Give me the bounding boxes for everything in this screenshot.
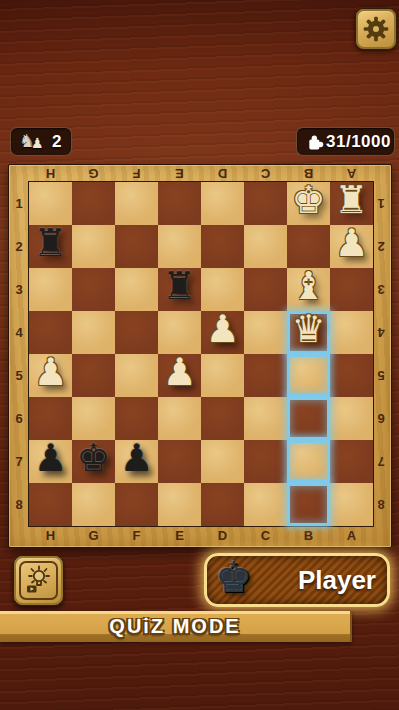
square-a1[interactable]: ♜ bbox=[330, 182, 373, 225]
square-a2[interactable]: ♟ bbox=[330, 225, 373, 268]
square-f4[interactable] bbox=[115, 311, 158, 354]
chess-quiz-screen: ♞ ♟ 2 31/1000 HGFEDCBA HGFEDCBA 12345678… bbox=[0, 0, 399, 710]
square-c1[interactable] bbox=[244, 182, 287, 225]
puzzle-piece-icon bbox=[306, 132, 326, 152]
black-rook-piece[interactable]: ♜ bbox=[33, 224, 67, 262]
square-h1[interactable] bbox=[29, 182, 72, 225]
square-d1[interactable] bbox=[201, 182, 244, 225]
square-h5[interactable]: ♟ bbox=[29, 354, 72, 397]
square-a6[interactable] bbox=[330, 397, 373, 440]
square-e4[interactable] bbox=[158, 311, 201, 354]
square-g6[interactable] bbox=[72, 397, 115, 440]
square-a8[interactable] bbox=[330, 483, 373, 526]
square-d2[interactable] bbox=[201, 225, 244, 268]
square-g4[interactable] bbox=[72, 311, 115, 354]
square-f2[interactable] bbox=[115, 225, 158, 268]
square-d5[interactable] bbox=[201, 354, 244, 397]
square-g5[interactable] bbox=[72, 354, 115, 397]
square-a5[interactable] bbox=[330, 354, 373, 397]
square-g2[interactable] bbox=[72, 225, 115, 268]
square-c8[interactable] bbox=[244, 483, 287, 526]
square-g8[interactable] bbox=[72, 483, 115, 526]
square-b7[interactable] bbox=[287, 440, 330, 483]
square-b2[interactable] bbox=[287, 225, 330, 268]
level-badge: ♞ ♟ 2 bbox=[10, 127, 72, 156]
white-pawn-piece[interactable]: ♟ bbox=[162, 353, 196, 391]
square-f1[interactable] bbox=[115, 182, 158, 225]
white-rook-piece[interactable]: ♜ bbox=[334, 181, 368, 219]
square-d8[interactable] bbox=[201, 483, 244, 526]
square-e3[interactable]: ♜ bbox=[158, 268, 201, 311]
square-e5[interactable]: ♟ bbox=[158, 354, 201, 397]
square-a4[interactable] bbox=[330, 311, 373, 354]
player-turn-panel: ♚ Player bbox=[204, 553, 390, 607]
square-h8[interactable] bbox=[29, 483, 72, 526]
square-c2[interactable] bbox=[244, 225, 287, 268]
square-e2[interactable] bbox=[158, 225, 201, 268]
square-d7[interactable] bbox=[201, 440, 244, 483]
white-queen-piece[interactable]: ♛ bbox=[291, 310, 325, 348]
square-c3[interactable] bbox=[244, 268, 287, 311]
square-h7[interactable]: ♟ bbox=[29, 440, 72, 483]
black-pawn-piece[interactable]: ♟ bbox=[33, 439, 67, 477]
square-b6[interactable] bbox=[287, 397, 330, 440]
square-d6[interactable] bbox=[201, 397, 244, 440]
white-king-piece[interactable]: ♚ bbox=[291, 181, 325, 219]
square-a3[interactable] bbox=[330, 268, 373, 311]
square-c6[interactable] bbox=[244, 397, 287, 440]
white-pawn-piece[interactable]: ♟ bbox=[334, 224, 368, 262]
square-h6[interactable] bbox=[29, 397, 72, 440]
white-pawn-piece[interactable]: ♟ bbox=[33, 353, 67, 391]
square-f8[interactable] bbox=[115, 483, 158, 526]
puzzle-progress-value: 31/1000 bbox=[326, 132, 391, 152]
white-pawn-piece[interactable]: ♟ bbox=[205, 310, 239, 348]
black-pawn-piece[interactable]: ♟ bbox=[119, 439, 153, 477]
white-bishop-piece[interactable]: ♝ bbox=[291, 267, 325, 305]
square-c4[interactable] bbox=[244, 311, 287, 354]
square-d4[interactable]: ♟ bbox=[201, 311, 244, 354]
square-e1[interactable] bbox=[158, 182, 201, 225]
rank-labels-right: 12345678 bbox=[371, 182, 391, 526]
settings-button[interactable] bbox=[355, 8, 397, 50]
black-king-piece[interactable]: ♚ bbox=[76, 439, 110, 477]
file-labels-bottom: HGFEDCBA bbox=[29, 524, 373, 547]
square-e8[interactable] bbox=[158, 483, 201, 526]
square-h4[interactable] bbox=[29, 311, 72, 354]
square-g1[interactable] bbox=[72, 182, 115, 225]
quiz-mode-banner: QUiZ MODE bbox=[0, 611, 352, 642]
chess-board: HGFEDCBA HGFEDCBA 12345678 12345678 ♚♜♜♟… bbox=[8, 164, 392, 548]
square-e7[interactable] bbox=[158, 440, 201, 483]
square-b3[interactable]: ♝ bbox=[287, 268, 330, 311]
square-a7[interactable] bbox=[330, 440, 373, 483]
square-h2[interactable]: ♜ bbox=[29, 225, 72, 268]
square-f6[interactable] bbox=[115, 397, 158, 440]
square-c7[interactable] bbox=[244, 440, 287, 483]
square-e6[interactable] bbox=[158, 397, 201, 440]
square-f7[interactable]: ♟ bbox=[115, 440, 158, 483]
square-f3[interactable] bbox=[115, 268, 158, 311]
black-rook-piece[interactable]: ♜ bbox=[162, 267, 196, 305]
player-label: Player bbox=[298, 565, 376, 596]
square-g3[interactable] bbox=[72, 268, 115, 311]
square-f5[interactable] bbox=[115, 354, 158, 397]
square-h3[interactable] bbox=[29, 268, 72, 311]
level-value: 2 bbox=[52, 132, 62, 152]
quiz-mode-label: QUiZ MODE bbox=[109, 615, 240, 638]
square-b4[interactable]: ♛ bbox=[287, 311, 330, 354]
hint-button-inset bbox=[19, 561, 58, 600]
board-squares: ♚♜♜♟♜♝♟♛♟♟♟♚♟ bbox=[29, 182, 373, 526]
square-g7[interactable]: ♚ bbox=[72, 440, 115, 483]
rank-labels-left: 12345678 bbox=[9, 182, 29, 526]
square-b8[interactable] bbox=[287, 483, 330, 526]
square-d3[interactable] bbox=[201, 268, 244, 311]
square-c5[interactable] bbox=[244, 354, 287, 397]
square-b1[interactable]: ♚ bbox=[287, 182, 330, 225]
chess-pieces-icon: ♞ ♟ bbox=[20, 130, 46, 154]
black-king-icon: ♚ bbox=[215, 557, 253, 599]
gear-icon bbox=[362, 15, 390, 43]
square-b5[interactable] bbox=[287, 354, 330, 397]
puzzle-progress-badge: 31/1000 bbox=[296, 127, 395, 156]
hint-button[interactable] bbox=[13, 555, 64, 606]
